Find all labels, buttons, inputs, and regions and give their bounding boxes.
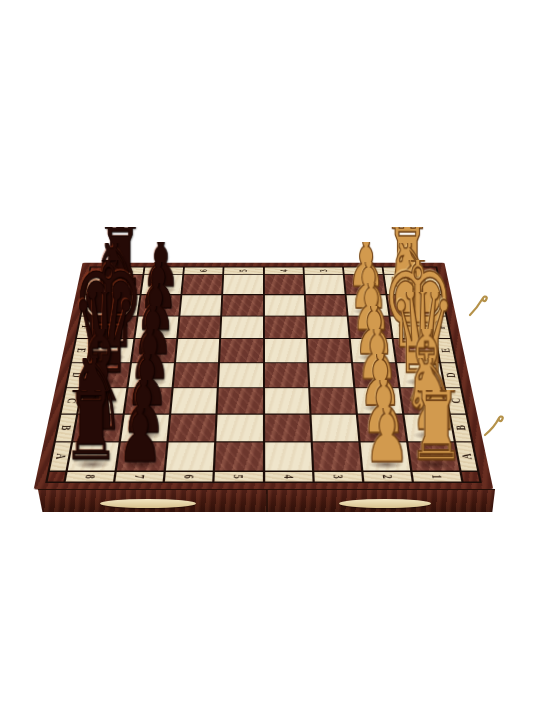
piece-shadow (93, 353, 126, 361)
piece-shadow (352, 308, 383, 315)
rank-label-text: 8 (83, 475, 97, 479)
square-b3 (311, 414, 358, 441)
square-g3 (305, 295, 346, 316)
rank-label-text: 2 (357, 269, 368, 272)
piece-shadow (144, 308, 175, 315)
piece-shadow (362, 404, 397, 413)
square-h5 (224, 275, 263, 295)
frame-corner (90, 268, 104, 274)
square-e6 (176, 339, 219, 362)
piece-shadow (137, 353, 170, 361)
piece-shadow (141, 330, 173, 337)
square-g4 (264, 295, 304, 316)
frame-corner (423, 268, 437, 274)
piece-shadow (391, 287, 422, 294)
square-g7: ♟ (139, 295, 181, 316)
square-e3 (308, 339, 351, 362)
label-rank-far-2: 2 (344, 268, 383, 274)
square-g8: ♞ (97, 295, 140, 316)
label-rank-far-5: 5 (224, 268, 262, 274)
square-a1: ♜ (408, 442, 459, 470)
square-f4 (264, 317, 305, 339)
label-file-right-E: E (437, 339, 455, 362)
piece-shadow (401, 353, 434, 361)
square-f7: ♟ (136, 317, 179, 339)
square-d4 (265, 363, 308, 387)
label-rank-far-7: 7 (145, 268, 184, 274)
square-d5 (219, 363, 262, 387)
label-rank-near-5: 5 (215, 472, 262, 482)
piece-shadow (89, 378, 123, 386)
square-b1: ♞ (404, 414, 453, 441)
side-inlay-right (339, 499, 431, 508)
square-b4 (265, 414, 311, 441)
piece-shadow (359, 378, 393, 386)
label-rank-near-3: 3 (314, 472, 362, 482)
file-label-text: A (459, 453, 473, 459)
board-side-panel (36, 489, 496, 512)
square-b6 (169, 414, 216, 441)
label-rank-near-8: 8 (66, 472, 115, 482)
square-c7: ♟ (125, 388, 172, 413)
label-file-right-B: B (451, 414, 471, 441)
square-e7: ♟ (132, 339, 176, 362)
label-rank-near-4: 4 (265, 472, 312, 482)
label-file-right-F: F (432, 317, 450, 339)
label-file-left-C: C (62, 388, 82, 413)
piece-shadow (368, 460, 405, 470)
square-c3 (310, 388, 356, 413)
label-file-right-G: G (428, 295, 445, 316)
file-label-text: C (65, 398, 79, 403)
file-label-text: G (431, 303, 443, 308)
square-e8: ♚ (88, 339, 133, 362)
piece-shadow (134, 378, 168, 386)
frame-corner (462, 472, 480, 482)
rank-label-text: 3 (331, 475, 345, 479)
label-file-right-H: H (424, 275, 441, 295)
label-file-left-G: G (82, 295, 99, 316)
piece-shadow (123, 460, 160, 470)
side-inlay-left (100, 499, 196, 508)
rank-label-text: 3 (318, 269, 329, 272)
square-d7: ♟ (129, 363, 174, 387)
square-a6 (166, 442, 214, 470)
square-d3 (309, 363, 353, 387)
piece-glyph: ♜ (383, 213, 431, 295)
square-g2: ♟ (346, 295, 388, 316)
square-a7: ♟ (117, 442, 167, 470)
square-a3 (312, 442, 360, 470)
rank-label-text: 5 (232, 475, 246, 479)
square-f8: ♝ (93, 317, 137, 339)
piece-shadow (130, 404, 165, 413)
piece-shadow (146, 287, 176, 294)
board-grid: 87654321H♜♟♟♜HG♞♟♟♞GF♝♟♟♝FE♚♟♟♚ED♛♟♟♛DC♝… (45, 267, 482, 483)
label-file-left-H: H (86, 275, 103, 295)
file-label-text: F (80, 325, 92, 329)
label-rank-far-1: 1 (383, 268, 422, 274)
square-h8: ♜ (101, 275, 143, 295)
square-b8: ♞ (73, 414, 122, 441)
file-label-text: B (59, 425, 73, 430)
file-label-text: C (449, 398, 463, 403)
square-b5 (217, 414, 263, 441)
square-a2: ♟ (360, 442, 410, 470)
piece-shadow (408, 404, 443, 413)
square-g1: ♞ (387, 295, 430, 316)
square-c1: ♝ (401, 388, 449, 413)
piece-shadow (79, 431, 115, 440)
file-label-text: H (88, 282, 100, 286)
square-c5 (218, 388, 262, 413)
square-e1: ♚ (394, 339, 439, 362)
square-h2: ♟ (344, 275, 385, 295)
square-f3 (306, 317, 348, 339)
square-f5 (221, 317, 262, 339)
piece-shadow (350, 287, 380, 294)
clasp-hook-icon-upper (466, 293, 490, 319)
rank-label-text: 8 (119, 269, 130, 272)
rank-label-text: 7 (133, 475, 147, 479)
piece-shadow (84, 404, 119, 413)
rank-label-text: 1 (430, 475, 444, 479)
file-label-text: G (84, 303, 96, 308)
square-c2: ♟ (355, 388, 402, 413)
square-b2: ♟ (358, 414, 406, 441)
piece-shadow (404, 378, 438, 386)
square-h7: ♟ (142, 275, 183, 295)
clasp-hook-icon-lower (482, 412, 506, 438)
piece-shadow (412, 431, 448, 440)
rank-label-text: 6 (182, 475, 196, 479)
piece-shadow (355, 330, 387, 337)
label-file-right-D: D (441, 363, 460, 387)
piece-shadow (397, 330, 429, 337)
piece-shadow (106, 287, 137, 294)
rank-label-text: 5 (238, 269, 249, 272)
label-rank-far-3: 3 (304, 268, 342, 274)
frame-corner (48, 472, 66, 482)
label-file-right-C: C (446, 388, 466, 413)
square-g5 (223, 295, 263, 316)
rank-label-text: 6 (198, 269, 209, 272)
file-label-text: E (75, 348, 88, 352)
square-e4 (264, 339, 306, 362)
rank-label-text: 7 (158, 269, 169, 272)
piece-shadow (357, 353, 390, 361)
square-h3 (304, 275, 344, 295)
square-e5 (220, 339, 262, 362)
file-label-text: F (435, 325, 447, 329)
file-label-text: E (439, 348, 452, 352)
square-a5 (215, 442, 262, 470)
square-g6 (181, 295, 222, 316)
square-a4 (265, 442, 312, 470)
label-rank-far-6: 6 (184, 268, 222, 274)
piece-shadow (74, 460, 111, 470)
square-h6 (183, 275, 223, 295)
label-rank-far-4: 4 (264, 268, 302, 274)
piece-shadow (394, 308, 425, 315)
file-label-text: A (53, 453, 67, 459)
square-d8: ♛ (83, 363, 130, 387)
piece-glyph: ♜ (96, 213, 144, 295)
piece-shadow (127, 431, 163, 440)
piece-shadow (365, 431, 401, 440)
square-c4 (265, 388, 309, 413)
rank-label-text: 1 (397, 269, 408, 272)
piece-shadow (102, 308, 133, 315)
label-rank-near-7: 7 (115, 472, 163, 482)
rank-label-text: 4 (278, 269, 289, 272)
label-rank-near-2: 2 (363, 472, 411, 482)
piece-shadow (98, 330, 130, 337)
square-b7: ♟ (121, 414, 169, 441)
square-d2: ♟ (353, 363, 398, 387)
file-label-text: D (70, 372, 83, 377)
label-rank-far-8: 8 (105, 268, 144, 274)
label-rank-near-6: 6 (165, 472, 213, 482)
square-d1: ♛ (397, 363, 444, 387)
square-a8: ♜ (68, 442, 119, 470)
square-f6 (179, 317, 221, 339)
file-label-text: H (427, 282, 439, 286)
square-e2: ♟ (351, 339, 395, 362)
square-d6 (174, 363, 218, 387)
square-h1: ♜ (384, 275, 426, 295)
file-label-text: D (444, 372, 457, 377)
square-c8: ♝ (79, 388, 127, 413)
label-file-right-A: A (456, 442, 477, 470)
label-rank-near-1: 1 (412, 472, 461, 482)
chess-board: 87654321H♜♟♟♜HG♞♟♟♞GF♝♟♟♝FE♚♟♟♚ED♛♟♟♛DC♝… (34, 263, 494, 490)
board-fold-seam (266, 490, 268, 512)
rank-label-text: 2 (380, 475, 394, 479)
square-c6 (172, 388, 218, 413)
file-label-text: B (454, 425, 468, 430)
rank-label-text: 4 (281, 475, 295, 479)
square-f2: ♟ (348, 317, 391, 339)
square-f1: ♝ (390, 317, 434, 339)
photo-of-chess-set: { "game": "chess", "scene_description": … (0, 0, 540, 720)
square-h4 (264, 275, 303, 295)
piece-shadow (416, 460, 453, 470)
